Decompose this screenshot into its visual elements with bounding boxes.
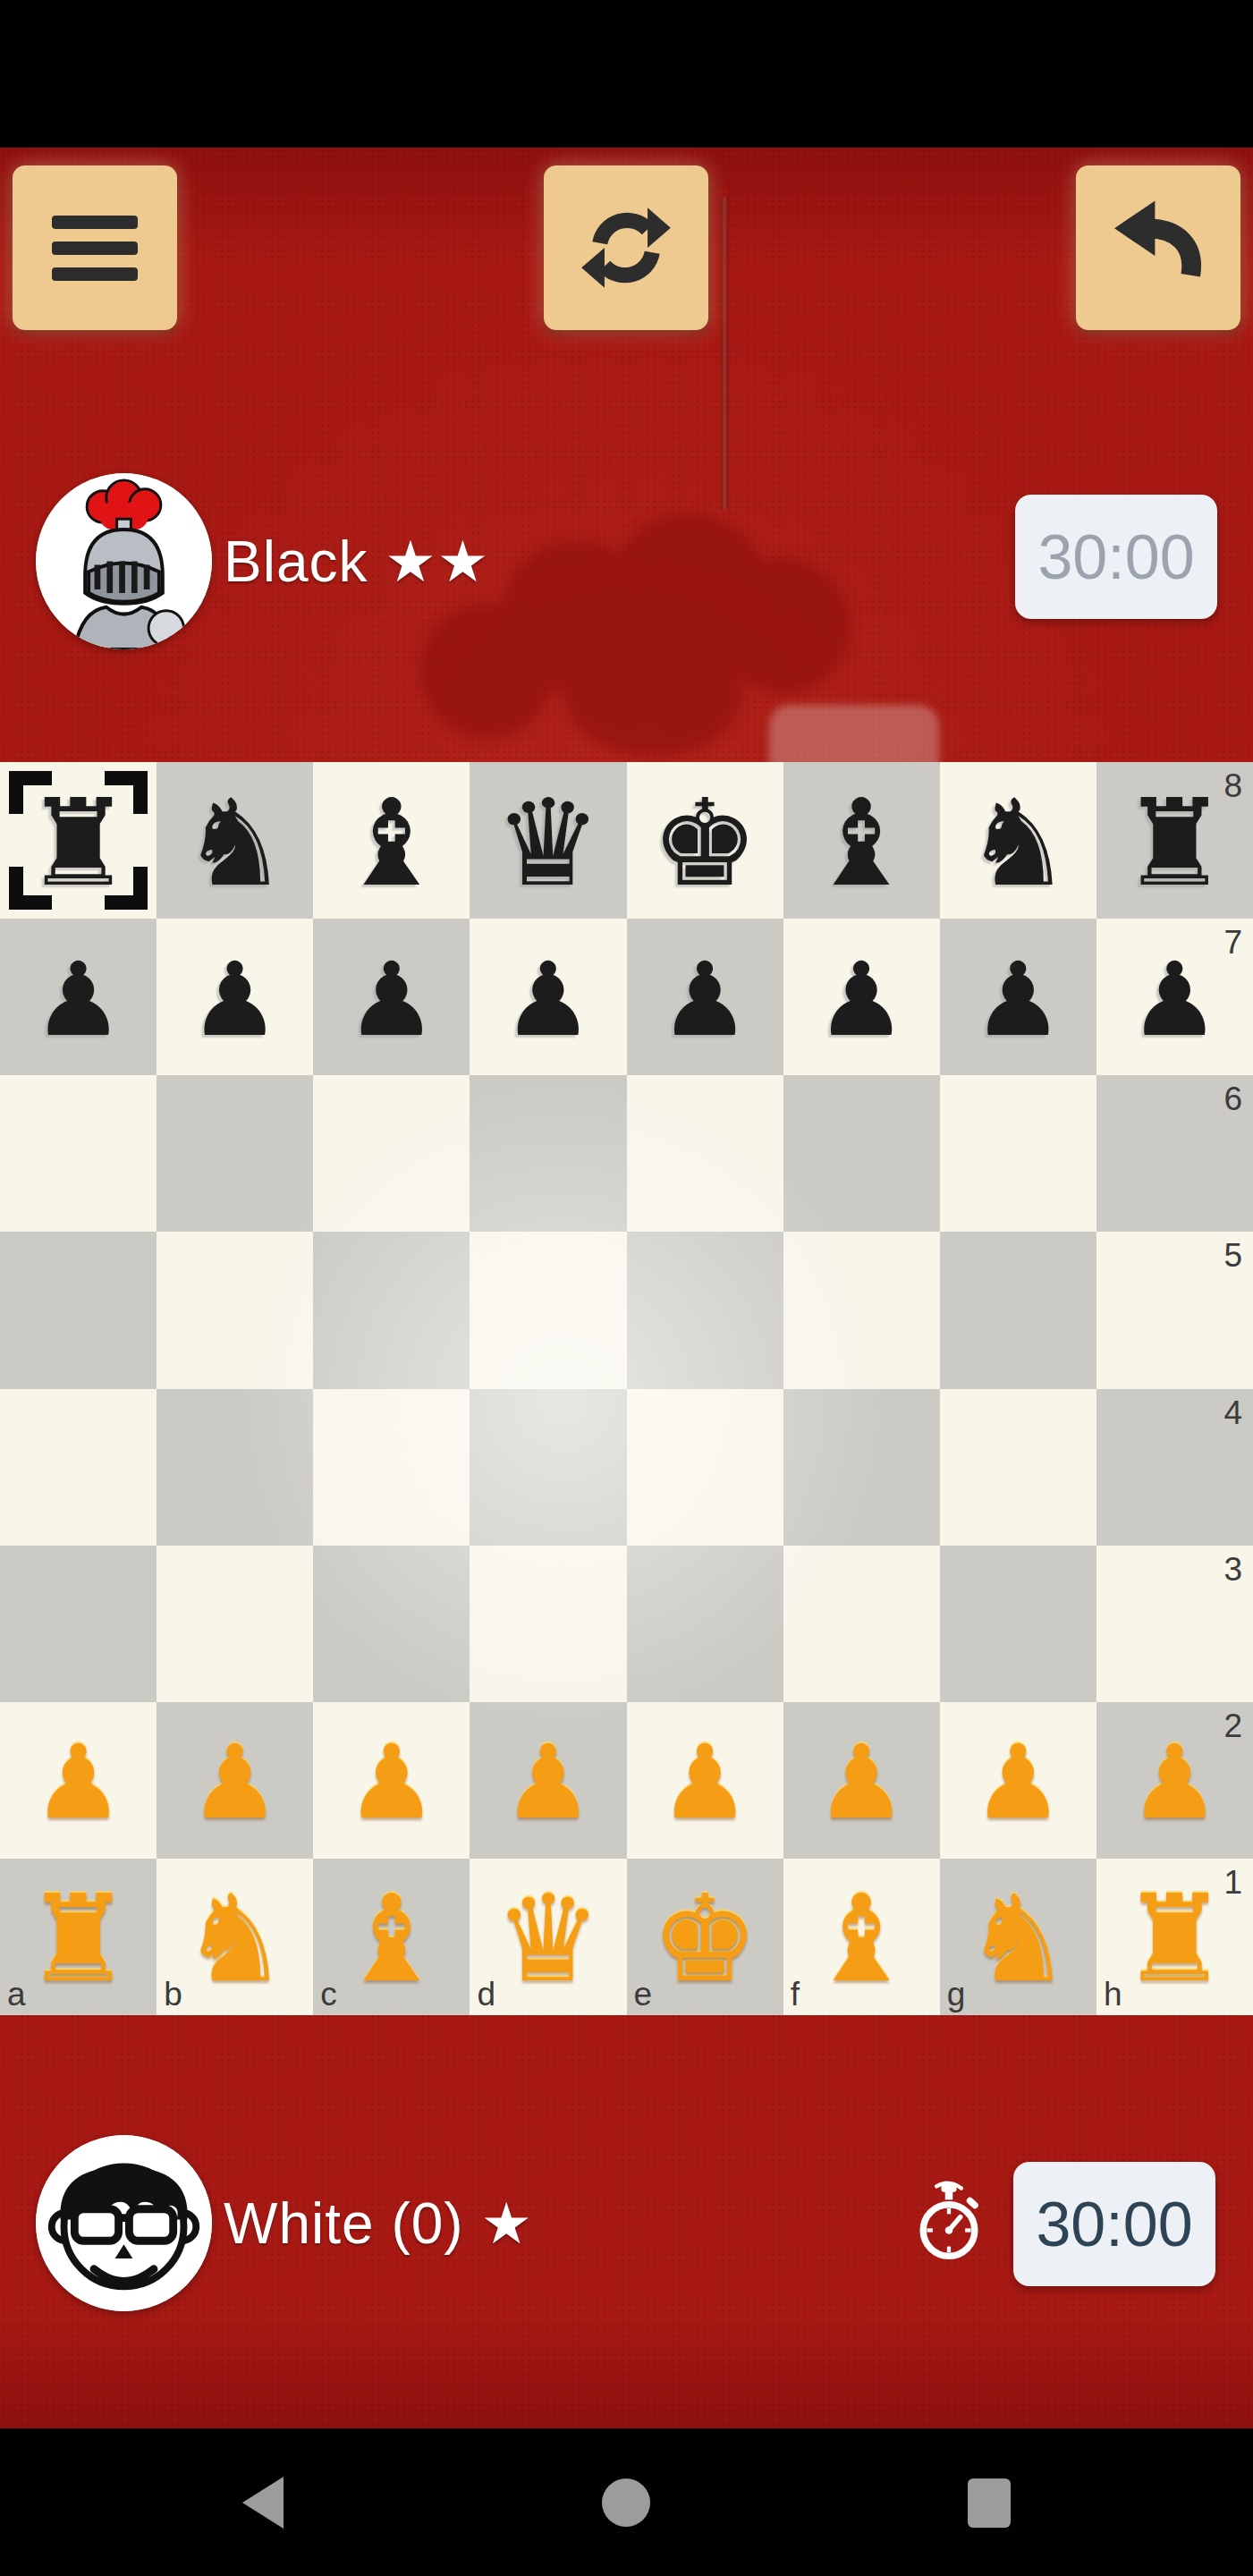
square-f2[interactable]: ♟ (783, 1702, 940, 1859)
file-label-h: h (1104, 1976, 1122, 2013)
piece-white-rook[interactable]: ♜ (24, 1879, 131, 1999)
piece-black-bishop[interactable]: ♝ (338, 784, 445, 903)
square-g3[interactable] (940, 1546, 1096, 1702)
piece-black-queen[interactable]: ♛ (495, 784, 602, 903)
square-g4[interactable] (940, 1389, 1096, 1546)
piece-black-pawn[interactable]: ♟ (190, 949, 281, 1051)
undo-button[interactable] (1076, 165, 1240, 330)
piece-white-pawn[interactable]: ♟ (659, 1732, 750, 1834)
piece-black-knight[interactable]: ♞ (182, 784, 289, 903)
black-player-avatar (36, 473, 212, 649)
file-label-c: c (320, 1976, 337, 2013)
square-e8[interactable]: ♚ (627, 762, 783, 919)
piece-white-pawn[interactable]: ♟ (972, 1732, 1063, 1834)
menu-button[interactable] (13, 165, 177, 330)
square-d4[interactable] (470, 1389, 626, 1546)
square-g7[interactable]: ♟ (940, 919, 1096, 1075)
refresh-button[interactable] (544, 165, 708, 330)
square-f4[interactable] (783, 1389, 940, 1546)
square-f6[interactable] (783, 1075, 940, 1232)
app-screen: Black ★★ 30:00 ♜♞♝♛♚♝♞♜8♟♟♟♟♟♟♟♟76543♟♟♟… (0, 0, 1253, 2576)
square-c3[interactable] (313, 1546, 470, 1702)
stopwatch-icon (914, 2181, 984, 2270)
piece-white-queen[interactable]: ♛ (495, 1879, 602, 1999)
square-c7[interactable]: ♟ (313, 919, 470, 1075)
square-a4[interactable] (0, 1389, 157, 1546)
square-b2[interactable]: ♟ (157, 1702, 313, 1859)
piece-black-pawn[interactable]: ♟ (816, 949, 907, 1051)
piece-white-pawn[interactable]: ♟ (32, 1732, 123, 1834)
white-player-name: White (0) ★ (224, 2135, 533, 2311)
selection-corner-bl (9, 867, 52, 910)
square-e4[interactable] (627, 1389, 783, 1546)
square-c8[interactable]: ♝ (313, 762, 470, 919)
file-label-e: e (634, 1976, 653, 2013)
square-a2[interactable]: ♟ (0, 1702, 157, 1859)
knight-helmet-avatar-icon (36, 473, 212, 649)
square-d6[interactable] (470, 1075, 626, 1232)
square-f8[interactable]: ♝ (783, 762, 940, 919)
square-c2[interactable]: ♟ (313, 1702, 470, 1859)
square-h2[interactable]: ♟2 (1096, 1702, 1253, 1859)
recents-square-icon[interactable] (968, 2479, 1011, 2528)
white-player-clock: 30:00 (1013, 2162, 1215, 2286)
square-d1[interactable]: ♛d (470, 1859, 626, 2015)
black-player-clock: 30:00 (1015, 495, 1217, 619)
square-a6[interactable] (0, 1075, 157, 1232)
square-g5[interactable] (940, 1232, 1096, 1388)
piece-black-king[interactable]: ♚ (651, 784, 758, 903)
piece-white-king[interactable]: ♚ (651, 1879, 758, 1999)
square-f5[interactable] (783, 1232, 940, 1388)
helmet-watermark (769, 705, 939, 767)
status-bar (0, 0, 1253, 148)
piece-black-rook[interactable]: ♜ (1121, 784, 1228, 903)
square-a3[interactable] (0, 1546, 157, 1702)
piece-white-pawn[interactable]: ♟ (1129, 1732, 1220, 1834)
square-a5[interactable] (0, 1232, 157, 1388)
rank-label-1: 1 (1223, 1864, 1242, 1902)
rank-label-4: 4 (1223, 1394, 1242, 1432)
black-player-name: Black ★★ (224, 473, 489, 649)
square-g6[interactable] (940, 1075, 1096, 1232)
piece-white-pawn[interactable]: ♟ (190, 1732, 281, 1834)
piece-black-pawn[interactable]: ♟ (346, 949, 437, 1051)
nerd-face-avatar-icon (36, 2135, 212, 2311)
piece-white-knight[interactable]: ♞ (182, 1879, 289, 1999)
file-label-b: b (164, 1976, 182, 2013)
square-d8[interactable]: ♛ (470, 762, 626, 919)
rank-label-7: 7 (1223, 924, 1242, 962)
piece-black-pawn[interactable]: ♟ (659, 949, 750, 1051)
selection-corner-tr (105, 771, 148, 814)
square-b8[interactable]: ♞ (157, 762, 313, 919)
rank-label-3: 3 (1223, 1551, 1242, 1589)
square-d3[interactable] (470, 1546, 626, 1702)
piece-black-pawn[interactable]: ♟ (972, 949, 1063, 1051)
square-b3[interactable] (157, 1546, 313, 1702)
white-player-avatar (36, 2135, 212, 2311)
square-e7[interactable]: ♟ (627, 919, 783, 1075)
square-b5[interactable] (157, 1232, 313, 1388)
rank-label-2: 2 (1223, 1707, 1242, 1745)
square-g2[interactable]: ♟ (940, 1702, 1096, 1859)
piece-white-bishop[interactable]: ♝ (338, 1879, 445, 1999)
square-d2[interactable]: ♟ (470, 1702, 626, 1859)
square-g1[interactable]: ♞g (940, 1859, 1096, 2015)
file-label-f: f (791, 1976, 800, 2013)
refresh-arrows-icon (577, 199, 675, 297)
piece-black-bishop[interactable]: ♝ (808, 784, 915, 903)
square-b4[interactable] (157, 1389, 313, 1546)
square-a8[interactable]: ♜ (0, 762, 157, 919)
square-b7[interactable]: ♟ (157, 919, 313, 1075)
square-f7[interactable]: ♟ (783, 919, 940, 1075)
square-h5[interactable]: 5 (1096, 1232, 1253, 1388)
piece-black-knight[interactable]: ♞ (964, 784, 1071, 903)
rank-label-6: 6 (1223, 1080, 1242, 1118)
chess-board: ♜♞♝♛♚♝♞♜8♟♟♟♟♟♟♟♟76543♟♟♟♟♟♟♟♟2♜a♞b♝c♛d♚… (0, 762, 1253, 2015)
square-c6[interactable] (313, 1075, 470, 1232)
rank-label-8: 8 (1223, 767, 1242, 805)
square-g8[interactable]: ♞ (940, 762, 1096, 919)
square-h4[interactable]: 4 (1096, 1389, 1253, 1546)
selection-corner-br (105, 867, 148, 910)
square-h8[interactable]: ♜8 (1096, 762, 1253, 919)
square-h7[interactable]: ♟7 (1096, 919, 1253, 1075)
square-e3[interactable] (627, 1546, 783, 1702)
sword-watermark (721, 197, 728, 510)
square-c1[interactable]: ♝c (313, 1859, 470, 2015)
hamburger-icon (52, 216, 138, 281)
square-c4[interactable] (313, 1389, 470, 1546)
piece-black-pawn[interactable]: ♟ (1129, 949, 1220, 1051)
file-label-d: d (477, 1976, 495, 2013)
square-h3[interactable]: 3 (1096, 1546, 1253, 1702)
square-e5[interactable] (627, 1232, 783, 1388)
back-triangle-icon[interactable] (242, 2477, 284, 2529)
square-d7[interactable]: ♟ (470, 919, 626, 1075)
file-label-g: g (947, 1976, 966, 2013)
square-b1[interactable]: ♞b (157, 1859, 313, 2015)
square-a7[interactable]: ♟ (0, 919, 157, 1075)
rank-label-5: 5 (1223, 1237, 1242, 1275)
piece-white-rook[interactable]: ♜ (1121, 1879, 1228, 1999)
square-f3[interactable] (783, 1546, 940, 1702)
piece-black-pawn[interactable]: ♟ (503, 949, 594, 1051)
square-f1[interactable]: ♝f (783, 1859, 940, 2015)
square-h1[interactable]: ♜1h (1096, 1859, 1253, 2015)
undo-arrow-icon (1106, 196, 1210, 300)
square-e1[interactable]: ♚e (627, 1859, 783, 2015)
square-a1[interactable]: ♜a (0, 1859, 157, 2015)
square-e6[interactable] (627, 1075, 783, 1232)
selection-corner-tl (9, 771, 52, 814)
square-b6[interactable] (157, 1075, 313, 1232)
home-circle-icon[interactable] (602, 2479, 650, 2527)
square-c5[interactable] (313, 1232, 470, 1388)
piece-white-bishop[interactable]: ♝ (808, 1879, 915, 1999)
piece-black-pawn[interactable]: ♟ (32, 949, 123, 1051)
piece-white-knight[interactable]: ♞ (964, 1879, 1071, 1999)
piece-white-pawn[interactable]: ♟ (816, 1732, 907, 1834)
piece-white-pawn[interactable]: ♟ (346, 1732, 437, 1834)
square-h6[interactable]: 6 (1096, 1075, 1253, 1232)
file-label-a: a (7, 1976, 26, 2013)
square-e2[interactable]: ♟ (627, 1702, 783, 1859)
square-d5[interactable] (470, 1232, 626, 1388)
piece-white-pawn[interactable]: ♟ (503, 1732, 594, 1834)
